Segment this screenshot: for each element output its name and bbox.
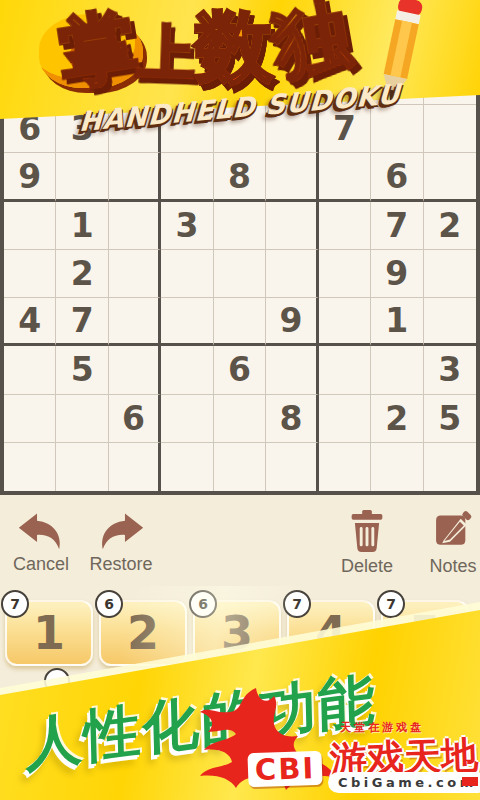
cell-r9c8[interactable] [371, 443, 423, 491]
app-logo: 掌 上 数 独 HANDHELD SUDOKU [25, 0, 455, 150]
cell-r5c7[interactable] [319, 250, 371, 298]
cell-r5c8[interactable]: 9 [371, 250, 423, 298]
cell-r6c7[interactable] [319, 298, 371, 346]
cell-r3c1[interactable]: 9 [4, 153, 56, 201]
cell-r4c2[interactable]: 1 [56, 202, 108, 250]
undo-arrow-icon [15, 512, 67, 550]
cell-r3c9[interactable] [424, 153, 476, 201]
logo-title: 掌 上 数 独 [58, 1, 353, 89]
cancel-label: Cancel [13, 554, 69, 575]
cell-r6c8[interactable]: 1 [371, 298, 423, 346]
cbi-logo: CBI [247, 751, 322, 788]
cell-r5c1[interactable] [4, 250, 56, 298]
cell-r7c5[interactable]: 6 [214, 346, 266, 394]
cell-r6c1[interactable]: 4 [4, 298, 56, 346]
cell-r7c9[interactable]: 3 [424, 346, 476, 394]
redo-arrow-icon [95, 512, 147, 550]
restore-label: Restore [89, 554, 152, 575]
cell-r6c2[interactable]: 7 [56, 298, 108, 346]
cell-r9c6[interactable] [266, 443, 318, 491]
cell-r5c4[interactable] [161, 250, 213, 298]
cell-r3c2[interactable] [56, 153, 108, 201]
cell-r8c5[interactable] [214, 395, 266, 443]
cell-r6c3[interactable] [109, 298, 161, 346]
cell-r9c2[interactable] [56, 443, 108, 491]
cell-r4c9[interactable]: 2 [424, 202, 476, 250]
cell-r7c6[interactable] [266, 346, 318, 394]
cell-r5c2[interactable]: 2 [56, 250, 108, 298]
cell-r7c3[interactable] [109, 346, 161, 394]
cell-r3c8[interactable]: 6 [371, 153, 423, 201]
cell-r4c1[interactable] [4, 202, 56, 250]
cell-r6c9[interactable] [424, 298, 476, 346]
delete-label: Delete [341, 556, 393, 577]
cell-r7c1[interactable] [4, 346, 56, 394]
cell-r7c4[interactable] [161, 346, 213, 394]
cell-r4c6[interactable] [266, 202, 318, 250]
cell-r5c6[interactable] [266, 250, 318, 298]
cell-r9c4[interactable] [161, 443, 213, 491]
cell-r7c8[interactable] [371, 346, 423, 394]
cell-r8c6[interactable]: 8 [266, 395, 318, 443]
cell-r9c5[interactable] [214, 443, 266, 491]
cell-r8c9[interactable]: 5 [424, 395, 476, 443]
red-dash-decoration [462, 777, 478, 786]
cell-r4c8[interactable]: 7 [371, 202, 423, 250]
cell-r5c3[interactable] [109, 250, 161, 298]
cell-r8c1[interactable] [4, 395, 56, 443]
cell-r4c7[interactable] [319, 202, 371, 250]
app-screen: 63798613722947915636825 掌 上 数 独 HANDHELD… [0, 0, 480, 800]
ad-banner[interactable]: 人性化的功能 天堂在游戏盘 CBI 游戏天地 CbiGame.com [0, 600, 480, 800]
cell-r3c7[interactable] [319, 153, 371, 201]
cell-r3c4[interactable] [161, 153, 213, 201]
cell-r8c8[interactable]: 2 [371, 395, 423, 443]
cell-r8c7[interactable] [319, 395, 371, 443]
cell-r9c1[interactable] [4, 443, 56, 491]
pencil-square-icon [433, 510, 473, 552]
logo-char: 数 [195, 7, 273, 85]
cell-r4c5[interactable] [214, 202, 266, 250]
cell-r5c5[interactable] [214, 250, 266, 298]
restore-button[interactable]: Restore [84, 512, 158, 575]
cell-r5c9[interactable] [424, 250, 476, 298]
logo-char: 掌 [53, 4, 142, 93]
delete-button[interactable]: Delete [336, 510, 398, 577]
cancel-button[interactable]: Cancel [6, 512, 76, 575]
cell-r6c5[interactable] [214, 298, 266, 346]
cell-r9c9[interactable] [424, 443, 476, 491]
notes-button[interactable]: Notes [424, 510, 480, 577]
cell-r8c3[interactable]: 6 [109, 395, 161, 443]
cell-r8c4[interactable] [161, 395, 213, 443]
cell-r4c3[interactable] [109, 202, 161, 250]
cell-r6c6[interactable]: 9 [266, 298, 318, 346]
cell-r7c7[interactable] [319, 346, 371, 394]
cell-r3c6[interactable] [266, 153, 318, 201]
cell-r9c7[interactable] [319, 443, 371, 491]
cell-r7c2[interactable]: 5 [56, 346, 108, 394]
trash-icon [347, 510, 387, 552]
notes-label: Notes [429, 556, 476, 577]
cell-r3c3[interactable] [109, 153, 161, 201]
brand-url: CbiGame.com [328, 772, 480, 793]
cell-r6c4[interactable] [161, 298, 213, 346]
cell-r8c2[interactable] [56, 395, 108, 443]
cell-r4c4[interactable]: 3 [161, 202, 213, 250]
logo-char: 上 [136, 22, 196, 82]
cell-r9c3[interactable] [109, 443, 161, 491]
logo-char: 独 [266, 0, 356, 84]
cell-r3c5[interactable]: 8 [214, 153, 266, 201]
